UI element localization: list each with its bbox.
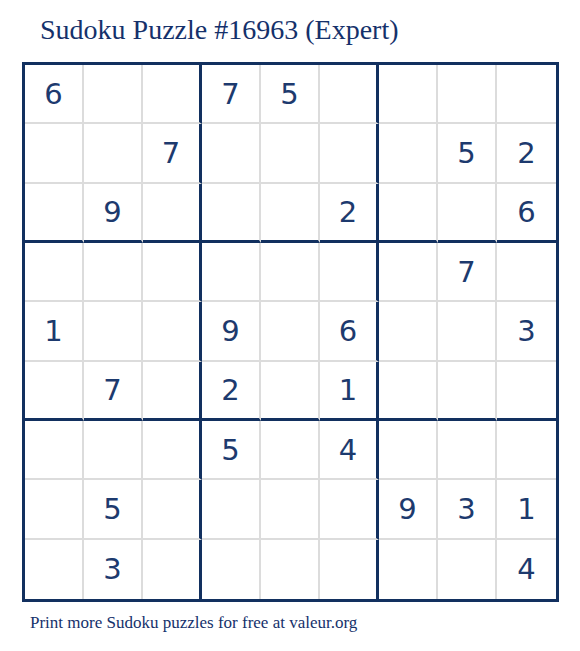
cell-r4c2[interactable] xyxy=(84,243,143,302)
cell-r7c9[interactable] xyxy=(497,421,556,480)
cell-r4c4[interactable] xyxy=(202,243,261,302)
cell-r4c5[interactable] xyxy=(261,243,320,302)
cell-r7c3[interactable] xyxy=(143,421,202,480)
cell-r6c7[interactable] xyxy=(379,362,438,421)
cell-r9c4[interactable] xyxy=(202,540,261,599)
cell-r1c3[interactable] xyxy=(143,65,202,124)
cell-r3c4[interactable] xyxy=(202,184,261,243)
given-cell-r2c9[interactable]: 2 xyxy=(497,124,556,183)
given-cell-r5c4[interactable]: 9 xyxy=(202,302,261,361)
given-cell-r1c4[interactable]: 7 xyxy=(202,65,261,124)
cell-r8c3[interactable] xyxy=(143,480,202,539)
given-cell-r5c6[interactable]: 6 xyxy=(320,302,379,361)
cell-r7c2[interactable] xyxy=(84,421,143,480)
cell-r8c1[interactable] xyxy=(25,480,84,539)
cell-r9c8[interactable] xyxy=(438,540,497,599)
cell-r7c5[interactable] xyxy=(261,421,320,480)
given-cell-r3c6[interactable]: 2 xyxy=(320,184,379,243)
cell-r1c2[interactable] xyxy=(84,65,143,124)
cell-r9c7[interactable] xyxy=(379,540,438,599)
sudoku-page: Sudoku Puzzle #16963 (Expert) 6757529267… xyxy=(0,0,580,651)
cell-r6c8[interactable] xyxy=(438,362,497,421)
given-cell-r9c2[interactable]: 3 xyxy=(84,540,143,599)
given-cell-r2c3[interactable]: 7 xyxy=(143,124,202,183)
cell-r4c9[interactable] xyxy=(497,243,556,302)
cell-r5c7[interactable] xyxy=(379,302,438,361)
cell-r1c9[interactable] xyxy=(497,65,556,124)
cell-r1c8[interactable] xyxy=(438,65,497,124)
page-title: Sudoku Puzzle #16963 (Expert) xyxy=(40,14,399,46)
cell-r1c6[interactable] xyxy=(320,65,379,124)
sudoku-board: 6757529267196372154593134 xyxy=(22,62,559,602)
cell-r9c3[interactable] xyxy=(143,540,202,599)
given-cell-r8c8[interactable]: 3 xyxy=(438,480,497,539)
given-cell-r3c9[interactable]: 6 xyxy=(497,184,556,243)
cell-r6c3[interactable] xyxy=(143,362,202,421)
cell-r2c6[interactable] xyxy=(320,124,379,183)
cell-r9c6[interactable] xyxy=(320,540,379,599)
cell-r4c7[interactable] xyxy=(379,243,438,302)
cell-r2c5[interactable] xyxy=(261,124,320,183)
cell-r5c2[interactable] xyxy=(84,302,143,361)
given-cell-r7c6[interactable]: 4 xyxy=(320,421,379,480)
cell-r5c5[interactable] xyxy=(261,302,320,361)
cell-r4c1[interactable] xyxy=(25,243,84,302)
given-cell-r8c9[interactable]: 1 xyxy=(497,480,556,539)
cell-r5c3[interactable] xyxy=(143,302,202,361)
given-cell-r6c6[interactable]: 1 xyxy=(320,362,379,421)
cell-r6c1[interactable] xyxy=(25,362,84,421)
cell-r1c7[interactable] xyxy=(379,65,438,124)
cell-r8c6[interactable] xyxy=(320,480,379,539)
footer-text: Print more Sudoku puzzles for free at va… xyxy=(30,613,357,633)
given-cell-r1c5[interactable]: 5 xyxy=(261,65,320,124)
given-cell-r5c1[interactable]: 1 xyxy=(25,302,84,361)
cell-r9c5[interactable] xyxy=(261,540,320,599)
cell-r7c7[interactable] xyxy=(379,421,438,480)
cell-r2c7[interactable] xyxy=(379,124,438,183)
cell-r8c5[interactable] xyxy=(261,480,320,539)
cell-r3c1[interactable] xyxy=(25,184,84,243)
cell-r6c5[interactable] xyxy=(261,362,320,421)
given-cell-r3c2[interactable]: 9 xyxy=(84,184,143,243)
cell-r8c4[interactable] xyxy=(202,480,261,539)
cell-r4c3[interactable] xyxy=(143,243,202,302)
cell-r5c8[interactable] xyxy=(438,302,497,361)
given-cell-r1c1[interactable]: 6 xyxy=(25,65,84,124)
given-cell-r6c4[interactable]: 2 xyxy=(202,362,261,421)
cell-r4c6[interactable] xyxy=(320,243,379,302)
cell-r2c2[interactable] xyxy=(84,124,143,183)
cell-r3c5[interactable] xyxy=(261,184,320,243)
cell-r3c8[interactable] xyxy=(438,184,497,243)
given-cell-r9c9[interactable]: 4 xyxy=(497,540,556,599)
cell-r3c7[interactable] xyxy=(379,184,438,243)
cell-r3c3[interactable] xyxy=(143,184,202,243)
given-cell-r6c2[interactable]: 7 xyxy=(84,362,143,421)
cell-r7c8[interactable] xyxy=(438,421,497,480)
cell-r7c1[interactable] xyxy=(25,421,84,480)
cell-r2c4[interactable] xyxy=(202,124,261,183)
given-cell-r4c8[interactable]: 7 xyxy=(438,243,497,302)
cell-r9c1[interactable] xyxy=(25,540,84,599)
given-cell-r2c8[interactable]: 5 xyxy=(438,124,497,183)
given-cell-r5c9[interactable]: 3 xyxy=(497,302,556,361)
cell-r6c9[interactable] xyxy=(497,362,556,421)
given-cell-r8c2[interactable]: 5 xyxy=(84,480,143,539)
cell-r2c1[interactable] xyxy=(25,124,84,183)
given-cell-r8c7[interactable]: 9 xyxy=(379,480,438,539)
given-cell-r7c4[interactable]: 5 xyxy=(202,421,261,480)
